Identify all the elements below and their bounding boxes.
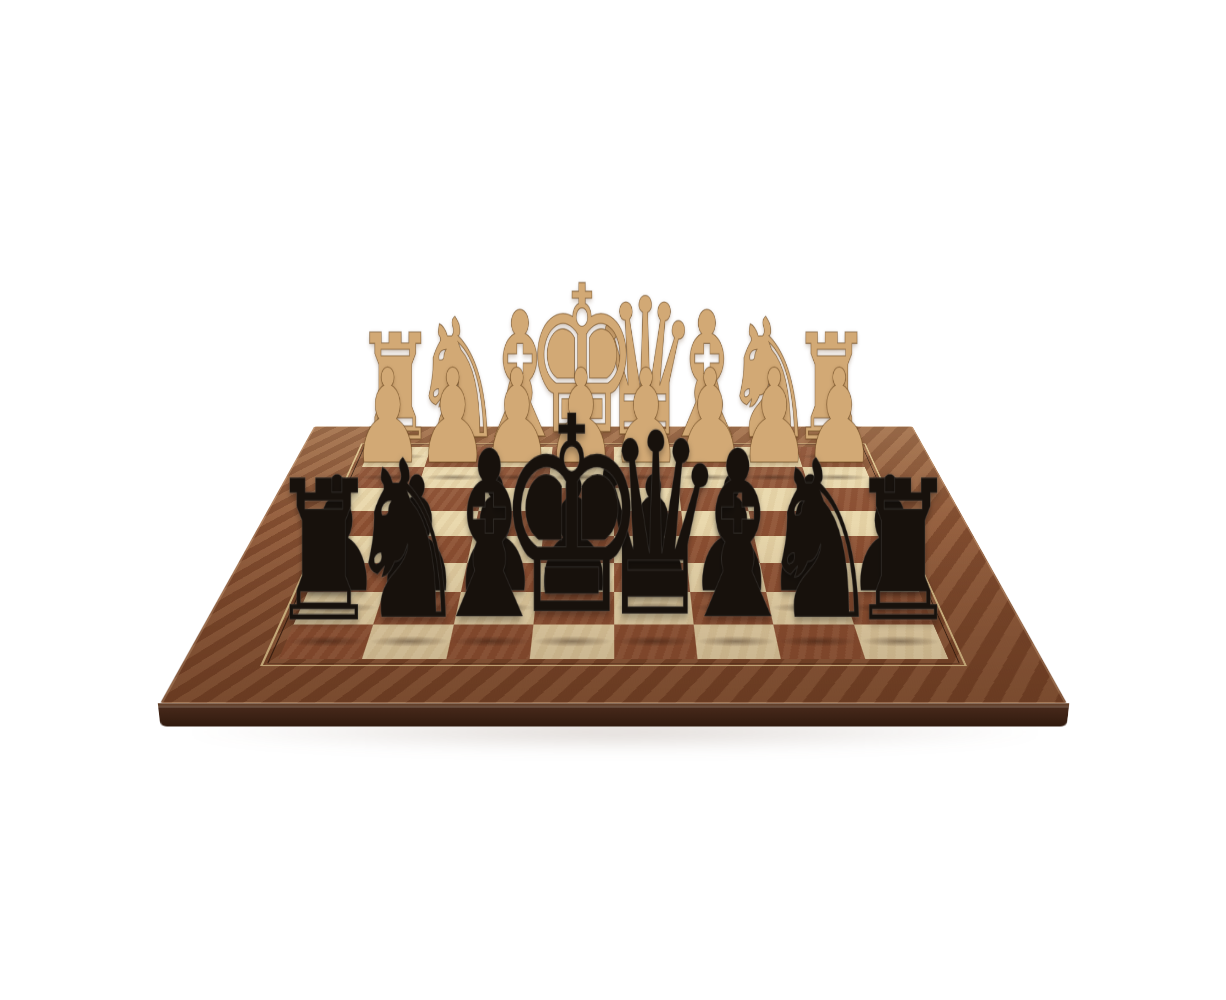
product-photo-stage: ♜♞♝♛♚♝♞♜♟♟♟♟♟♟♟♟♟♟♟♟♟♟♟♟♜♞♝♛♚♝♞♜ <box>0 0 1226 1000</box>
board-edge <box>158 703 1070 726</box>
scene: ♜♞♝♛♚♝♞♜♟♟♟♟♟♟♟♟♟♟♟♟♟♟♟♟♜♞♝♛♚♝♞♜ <box>0 0 1226 1000</box>
chess-board: ♜♞♝♛♚♝♞♜♟♟♟♟♟♟♟♟♟♟♟♟♟♟♟♟♜♞♝♛♚♝♞♜ <box>160 426 1067 703</box>
piece-black-king[interactable]: ♚ <box>497 382 648 654</box>
